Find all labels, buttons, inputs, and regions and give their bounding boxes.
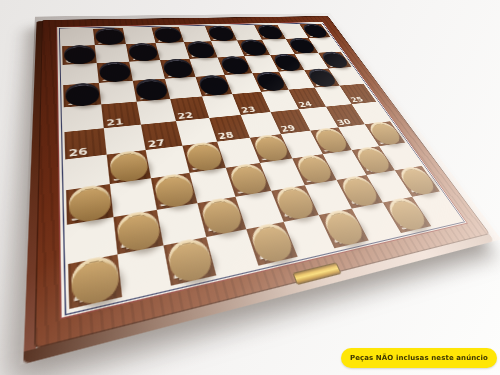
white-man-41[interactable] [115,209,161,249]
square-number: 24 [297,101,313,109]
black-man-17[interactable] [134,78,168,99]
square-11[interactable]: 11 [97,62,133,83]
square-number: 22 [177,111,195,120]
white-man-37[interactable] [152,172,194,206]
draughts-board: 1234567891011121314151617181920212223242… [34,16,490,349]
square-number: 30 [336,118,353,126]
square-number: 23 [240,106,257,114]
pieces-not-included-badge: Peças NÃO inclusas neste anúncio [341,348,497,368]
light-square [123,27,156,44]
square-number: 26 [68,147,88,159]
square-number: 27 [147,138,166,149]
square-number: 29 [280,124,297,133]
black-man-2[interactable] [153,27,183,42]
white-man-46[interactable] [70,254,119,304]
square-number: 25 [349,96,365,103]
square-7[interactable]: 7 [126,43,160,61]
black-man-7[interactable] [127,43,158,60]
square-16[interactable]: 16 [63,83,101,108]
black-man-16[interactable] [65,82,100,104]
white-man-36[interactable] [68,183,111,220]
product-photo-stage: 1234567891011121314151617181920212223242… [0,0,500,375]
square-number: 28 [217,131,235,141]
square-number: 21 [106,118,124,128]
light-square [62,29,95,47]
light-square [95,44,129,63]
black-man-11[interactable] [98,61,131,80]
square-6[interactable]: 6 [62,45,97,65]
black-man-12[interactable] [161,58,193,76]
white-man-31[interactable] [108,149,148,180]
light-square [63,63,99,85]
square-1[interactable]: 1 [93,28,126,45]
square-17[interactable]: 17 [133,79,170,102]
light-square [129,60,165,81]
black-man-1[interactable] [94,28,124,44]
light-square [99,81,137,105]
black-man-6[interactable] [63,45,95,63]
